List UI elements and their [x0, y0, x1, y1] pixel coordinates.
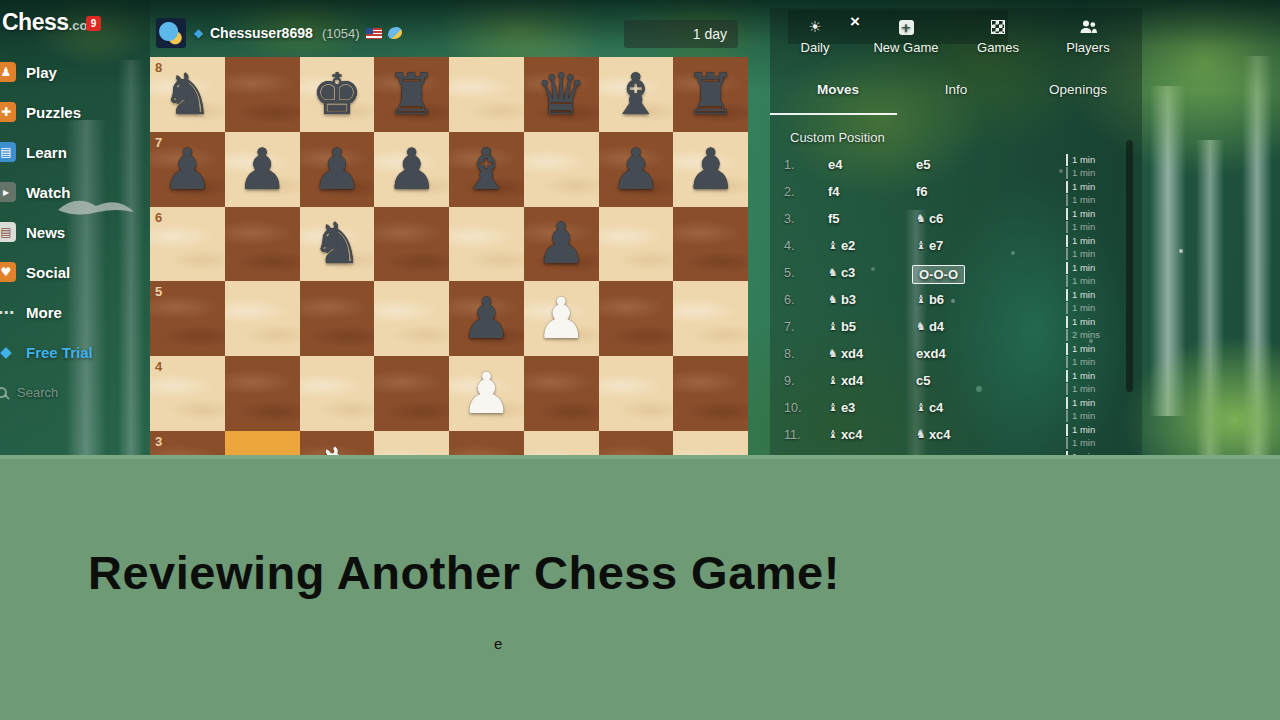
move-number: 10. — [784, 401, 814, 415]
move-clocks: 1 min1 min — [1066, 424, 1138, 450]
square-c7[interactable]: ♟ — [300, 132, 375, 207]
move-row-10: 10.♝e3♝c41 min1 min — [770, 396, 1142, 423]
sidebar-item-more[interactable]: ⋯More — [0, 292, 150, 332]
square-g8[interactable]: ♝ — [599, 57, 674, 132]
sidebar-item-search[interactable]: Search — [0, 372, 150, 412]
move-row-1: 1.e4e51 min1 min — [770, 153, 1142, 180]
move-white[interactable]: ♝xc4 — [828, 427, 863, 442]
move-text: O-O-O — [912, 265, 965, 284]
square-g5[interactable] — [599, 281, 674, 356]
move-text: b6 — [929, 292, 944, 307]
move-black[interactable]: ♞c6 — [916, 211, 943, 226]
square-h8[interactable]: ♜ — [673, 57, 748, 132]
us-flag-icon — [366, 28, 382, 39]
move-white[interactable]: ♞xd4 — [828, 346, 863, 361]
square-b8[interactable] — [225, 57, 300, 132]
piece-black-pawn: ♟ — [599, 132, 674, 207]
notification-badge: 9 — [86, 16, 101, 31]
square-b5[interactable] — [225, 281, 300, 356]
square-b4[interactable] — [225, 356, 300, 431]
sidebar-item-play[interactable]: ♟Play — [0, 52, 150, 92]
board-clip: 8♞♚♜♛♝♜7♟♟♟♟♝♟♟6♞♟5♟♟4♟3♞21 — [150, 57, 748, 455]
sidebar: Chess.com 9 ♟Play✚Puzzles▤Learn▸Watch▤Ne… — [0, 0, 150, 456]
move-black[interactable]: O-O-O — [916, 265, 965, 284]
move-row-3: 3.f5♞c61 min1 min — [770, 207, 1142, 234]
move-number: 2. — [784, 185, 814, 199]
piece-black-pawn: ♟ — [150, 132, 225, 207]
diamond-badge-icon: ◆ — [194, 26, 203, 40]
move-white[interactable]: ♞c3 — [828, 265, 855, 280]
piece-black-queen: ♛ — [524, 57, 599, 132]
white-knight-icon: ♞ — [828, 266, 838, 279]
move-text: c4 — [929, 400, 943, 415]
square-f6[interactable]: ♟ — [524, 207, 599, 282]
square-e6[interactable] — [449, 207, 524, 282]
piece-black-pawn: ♟ — [673, 132, 748, 207]
player-name[interactable]: Chessuser8698 — [210, 25, 313, 41]
move-number: 9. — [784, 374, 814, 388]
players-icon — [1046, 18, 1130, 36]
black-bishop-icon: ♝ — [916, 401, 926, 414]
square-d8[interactable]: ♜ — [374, 57, 449, 132]
move-text: b3 — [841, 292, 856, 307]
sun-icon: ☀ — [773, 18, 857, 36]
white-bishop-icon: ♝ — [828, 320, 838, 333]
rank-label: 6 — [155, 210, 162, 225]
tab-moves[interactable]: Moves — [817, 82, 859, 97]
square-g7[interactable]: ♟ — [599, 132, 674, 207]
move-text: exd4 — [916, 346, 946, 361]
piece-white-knight: ♞ — [300, 431, 375, 455]
chess-board: 8♞♚♜♛♝♜7♟♟♟♟♝♟♟6♞♟5♟♟4♟3♞21 — [150, 57, 748, 455]
sidebar-item-news[interactable]: ▤News — [0, 212, 150, 252]
move-black[interactable]: ♞d4 — [916, 319, 944, 334]
move-text: e5 — [916, 157, 930, 172]
move-clocks: 1 min1 min — [1066, 397, 1138, 423]
piece-black-rook: ♜ — [374, 57, 449, 132]
chesscom-logo[interactable]: Chess.com 9 — [2, 9, 99, 36]
search-icon — [0, 387, 7, 398]
sidebar-item-label: Puzzles — [26, 104, 81, 121]
move-text: c6 — [929, 211, 943, 226]
square-h4[interactable] — [673, 356, 748, 431]
move-text: f4 — [828, 184, 840, 199]
white-bishop-icon: ♝ — [828, 239, 838, 252]
move-black[interactable]: ♞xc4 — [916, 427, 951, 442]
black-bishop-icon: ♝ — [916, 239, 926, 252]
move-text: f5 — [828, 211, 840, 226]
move-row-5: 5.♞c3O-O-O1 min1 min — [770, 261, 1142, 288]
square-a7[interactable]: 7♟ — [150, 132, 225, 207]
square-f3[interactable] — [524, 431, 599, 455]
square-e7[interactable]: ♝ — [449, 132, 524, 207]
square-f8[interactable]: ♛ — [524, 57, 599, 132]
sidebar-item-label: Free Trial — [26, 344, 93, 361]
sidebar-item-label: Search — [17, 385, 58, 400]
move-number: 1. — [784, 158, 814, 172]
square-c4[interactable] — [300, 356, 375, 431]
move-row-9: 9.♝xd4c51 min1 min — [770, 369, 1142, 396]
move-number: 11. — [784, 428, 814, 442]
move-text: e4 — [828, 157, 842, 172]
clock-time: 1 min — [1066, 437, 1138, 449]
sidebar-item-social[interactable]: ♥Social — [0, 252, 150, 292]
square-c5[interactable] — [300, 281, 375, 356]
square-h6[interactable] — [673, 207, 748, 282]
piece-black-knight: ♞ — [300, 207, 375, 282]
clock-time: 1 min — [1066, 424, 1138, 436]
diamond-icon: ◆ — [0, 342, 16, 362]
sidebar-item-label: More — [26, 304, 62, 321]
puzzle-icon: ✚ — [0, 102, 16, 122]
panel-header-new-game[interactable]: +New Game — [864, 18, 948, 55]
clock-time: 1 min — [1066, 410, 1138, 422]
square-e8[interactable] — [449, 57, 524, 132]
checkerboard-icon — [956, 18, 1040, 36]
move-row-6: 6.♞b3♝b61 min1 min — [770, 288, 1142, 315]
social-icon: ♥ — [0, 262, 16, 282]
move-black[interactable]: c5 — [916, 373, 930, 388]
move-row-4: 4.♝e2♝e71 min1 min — [770, 234, 1142, 261]
screen: Chess.com 9 ♟Play✚Puzzles▤Learn▸Watch▤Ne… — [0, 0, 1280, 720]
player-rating: (1054) — [322, 26, 360, 41]
square-c8[interactable]: ♚ — [300, 57, 375, 132]
moves-panel: ☀Daily+New GameGamesPlayers × MovesInfoO… — [770, 8, 1142, 455]
rank-label: 5 — [155, 284, 162, 299]
plus-square-icon: + — [864, 18, 948, 36]
square-h3[interactable] — [673, 431, 748, 455]
move-row-2: 2.f4f61 min1 min — [770, 180, 1142, 207]
square-b7[interactable]: ♟ — [225, 132, 300, 207]
panel-header-label: New Game — [864, 40, 948, 55]
square-d3[interactable] — [374, 431, 449, 455]
move-black[interactable]: ♝e7 — [916, 238, 943, 253]
close-icon[interactable]: × — [850, 12, 860, 32]
square-h5[interactable] — [673, 281, 748, 356]
move-white[interactable]: ♝xd4 — [828, 373, 863, 388]
move-text: c5 — [916, 373, 930, 388]
sidebar-item-label: News — [26, 224, 65, 241]
white-knight-icon: ♞ — [828, 347, 838, 360]
sidebar-item-label: Social — [26, 264, 70, 281]
sidebar-nav: ♟Play✚Puzzles▤Learn▸Watch▤News♥Social⋯Mo… — [0, 52, 150, 412]
square-d7[interactable]: ♟ — [374, 132, 449, 207]
move-text: xc4 — [841, 427, 863, 442]
black-knight-icon: ♞ — [916, 212, 926, 225]
sidebar-item-learn[interactable]: ▤Learn — [0, 132, 150, 172]
move-white[interactable]: f4 — [828, 184, 840, 199]
tab-info[interactable]: Info — [945, 82, 968, 97]
news-icon: ▤ — [0, 222, 16, 242]
move-text: e3 — [841, 400, 855, 415]
more-icon: ⋯ — [0, 302, 16, 322]
square-f7[interactable] — [524, 132, 599, 207]
panel-header-label: Daily — [773, 40, 857, 55]
black-knight-icon: ♞ — [916, 428, 926, 441]
piece-black-bishop: ♝ — [599, 57, 674, 132]
piece-black-pawn: ♟ — [225, 132, 300, 207]
move-white[interactable]: ♝e2 — [828, 238, 855, 253]
piece-black-king: ♚ — [300, 57, 375, 132]
square-e5[interactable]: ♟ — [449, 281, 524, 356]
square-a4[interactable]: 4 — [150, 356, 225, 431]
move-text: e7 — [929, 238, 943, 253]
square-e4[interactable]: ♟ — [449, 356, 524, 431]
move-text: xd4 — [841, 346, 863, 361]
square-g6[interactable] — [599, 207, 674, 282]
avatar[interactable] — [156, 18, 186, 48]
piece-black-bishop: ♝ — [449, 132, 524, 207]
book-icon: ▤ — [0, 142, 16, 162]
move-black[interactable]: ♝b6 — [916, 292, 944, 307]
move-black[interactable]: e5 — [916, 157, 930, 172]
square-a3[interactable]: 3 — [150, 431, 225, 455]
banner-subtitle: e — [494, 635, 502, 652]
square-b3[interactable] — [225, 431, 300, 455]
move-row-11: 11.♝xc4♞xc41 min1 min — [770, 423, 1142, 450]
piece-black-pawn: ♟ — [374, 132, 449, 207]
banner-title: Reviewing Another Chess Game! — [88, 545, 840, 600]
piece-black-rook: ♜ — [673, 57, 748, 132]
panel-header-label: Players — [1046, 40, 1130, 55]
panel-header-label: Games — [956, 40, 1040, 55]
square-g4[interactable] — [599, 356, 674, 431]
sidebar-item-watch[interactable]: ▸Watch — [0, 172, 150, 212]
move-text: b5 — [841, 319, 856, 334]
piece-black-pawn: ♟ — [300, 132, 375, 207]
sidebar-item-puzzles[interactable]: ✚Puzzles — [0, 92, 150, 132]
square-g3[interactable] — [599, 431, 674, 455]
tab-openings[interactable]: Openings — [1049, 82, 1107, 97]
move-white[interactable]: ♝b5 — [828, 319, 856, 334]
square-d6[interactable] — [374, 207, 449, 282]
move-number: 6. — [784, 293, 814, 307]
square-b6[interactable] — [225, 207, 300, 282]
square-e3[interactable] — [449, 431, 524, 455]
move-number: 4. — [784, 239, 814, 253]
square-d4[interactable] — [374, 356, 449, 431]
clock-time: 1 min — [1066, 397, 1138, 409]
panel-header-daily[interactable]: ☀Daily — [773, 18, 857, 55]
square-c6[interactable]: ♞ — [300, 207, 375, 282]
move-number: 3. — [784, 212, 814, 226]
square-a8[interactable]: 8♞ — [150, 57, 225, 132]
section-label: Custom Position — [790, 130, 885, 145]
panel-header-games[interactable]: Games — [956, 18, 1040, 55]
player-bar: ◆ Chessuser8698 (1054) 1 day — [150, 18, 748, 52]
move-white[interactable]: e4 — [828, 157, 842, 172]
sidebar-item-label: Play — [26, 64, 57, 81]
move-row-7: 7.♝b5♞d41 min2 mins — [770, 315, 1142, 342]
square-h7[interactable]: ♟ — [673, 132, 748, 207]
white-bishop-icon: ♝ — [828, 428, 838, 441]
banner: Reviewing Another Chess Game! e — [0, 455, 1280, 720]
move-black[interactable]: f6 — [916, 184, 928, 199]
move-white[interactable]: ♞b3 — [828, 292, 856, 307]
move-white[interactable]: f5 — [828, 211, 840, 226]
move-text: xc4 — [929, 427, 951, 442]
sidebar-item-label: Watch — [26, 184, 70, 201]
move-text: e2 — [841, 238, 855, 253]
time-control-badge: 1 day — [624, 20, 738, 48]
square-d5[interactable] — [374, 281, 449, 356]
move-row-8: 8.♞xd4exd41 min1 min — [770, 342, 1142, 369]
piece-black-pawn: ♟ — [449, 281, 524, 356]
active-tab-underline — [770, 113, 897, 115]
white-knight-icon: ♞ — [828, 293, 838, 306]
move-black[interactable]: ♝c4 — [916, 400, 943, 415]
move-text: f6 — [916, 184, 928, 199]
sidebar-item-free-trial[interactable]: ◆Free Trial — [0, 332, 150, 372]
black-bishop-icon: ♝ — [916, 293, 926, 306]
move-text: c3 — [841, 265, 855, 280]
square-a5[interactable]: 5 — [150, 281, 225, 356]
square-f4[interactable] — [524, 356, 599, 431]
move-text: xd4 — [841, 373, 863, 388]
logo-text: Chess — [2, 9, 69, 35]
black-knight-icon: ♞ — [916, 320, 926, 333]
rank-label: 3 — [155, 434, 162, 449]
white-bishop-icon: ♝ — [828, 374, 838, 387]
move-black[interactable]: exd4 — [916, 346, 946, 361]
move-white[interactable]: ♝e3 — [828, 400, 855, 415]
move-number: 5. — [784, 266, 814, 280]
panel-header-players[interactable]: Players — [1046, 18, 1130, 55]
white-bishop-icon: ♝ — [828, 401, 838, 414]
move-text: d4 — [929, 319, 944, 334]
sidebar-item-label: Learn — [26, 144, 67, 161]
piece-black-pawn: ♟ — [524, 207, 599, 282]
square-c3[interactable]: ♞ — [300, 431, 375, 455]
piece-black-knight: ♞ — [150, 57, 225, 132]
piece-white-pawn: ♟ — [449, 356, 524, 431]
pawn-icon: ♟ — [0, 62, 16, 82]
piece-white-pawn: ♟ — [524, 281, 599, 356]
move-number: 7. — [784, 320, 814, 334]
square-f5[interactable]: ♟ — [524, 281, 599, 356]
scrollbar[interactable] — [1126, 140, 1133, 392]
square-a6[interactable]: 6 — [150, 207, 225, 282]
watch-icon: ▸ — [0, 182, 16, 202]
twitter-bird-icon — [388, 27, 402, 39]
move-number: 8. — [784, 347, 814, 361]
rank-label: 4 — [155, 359, 162, 374]
